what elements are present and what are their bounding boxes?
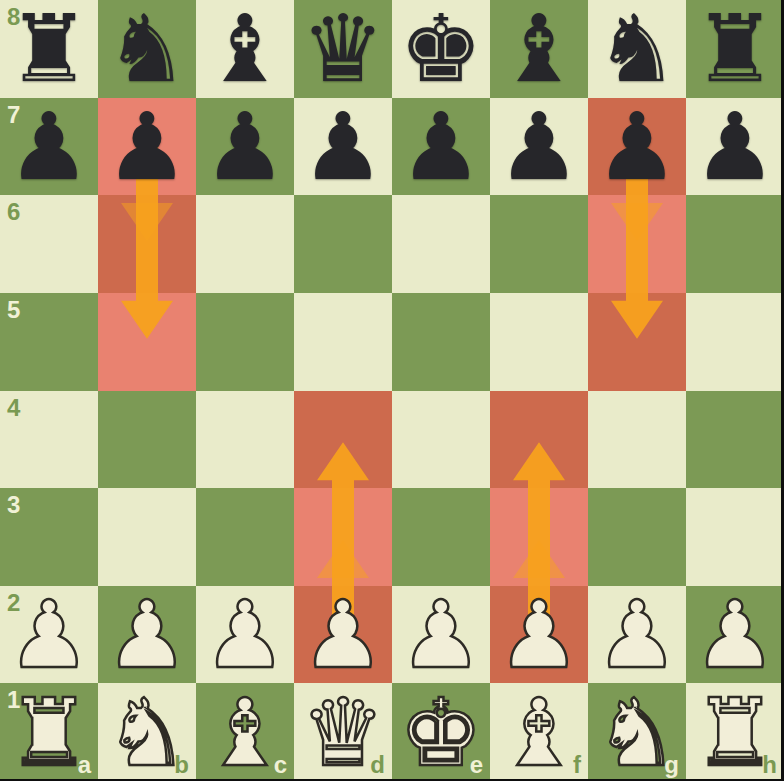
square-g8[interactable]: ♞ (588, 0, 686, 98)
square-h4[interactable] (686, 391, 784, 489)
black-king-e8[interactable]: ♚ (392, 1, 490, 99)
square-c8[interactable]: ♝ (196, 0, 294, 98)
black-pawn-g7[interactable]: ♟ (588, 99, 686, 197)
black-bishop-f8[interactable]: ♝ (490, 1, 588, 99)
square-h7[interactable]: ♟ (686, 98, 784, 196)
file-label-b: b (174, 753, 189, 777)
black-bishop-c8[interactable]: ♝ (196, 1, 294, 99)
white-pawn-h2[interactable]: ♟ (686, 587, 784, 685)
square-a2[interactable]: 2♟ (0, 586, 98, 684)
square-g6[interactable] (588, 195, 686, 293)
square-c4[interactable] (196, 391, 294, 489)
square-h8[interactable]: ♜ (686, 0, 784, 98)
square-f2[interactable]: ♟ (490, 586, 588, 684)
square-h5[interactable] (686, 293, 784, 391)
rank-label-5: 5 (7, 298, 20, 322)
rank-label-6: 6 (7, 200, 20, 224)
square-a5[interactable]: 5 (0, 293, 98, 391)
square-g7[interactable]: ♟ (588, 98, 686, 196)
square-e3[interactable] (392, 488, 490, 586)
square-d8[interactable]: ♛ (294, 0, 392, 98)
square-c5[interactable] (196, 293, 294, 391)
black-pawn-c7[interactable]: ♟ (196, 99, 294, 197)
white-pawn-b2[interactable]: ♟ (98, 587, 196, 685)
black-rook-h8[interactable]: ♜ (686, 1, 784, 99)
square-b7[interactable]: ♟ (98, 98, 196, 196)
square-g5[interactable] (588, 293, 686, 391)
square-h3[interactable] (686, 488, 784, 586)
square-d4[interactable] (294, 391, 392, 489)
square-e5[interactable] (392, 293, 490, 391)
square-c6[interactable] (196, 195, 294, 293)
square-b4[interactable] (98, 391, 196, 489)
rank-label-1: 1 (7, 688, 20, 712)
file-label-g: g (664, 753, 679, 777)
square-c2[interactable]: ♟ (196, 586, 294, 684)
black-pawn-d7[interactable]: ♟ (294, 99, 392, 197)
square-g4[interactable] (588, 391, 686, 489)
square-f3[interactable] (490, 488, 588, 586)
square-e6[interactable] (392, 195, 490, 293)
square-g1[interactable]: g♞ (588, 683, 686, 781)
square-b2[interactable]: ♟ (98, 586, 196, 684)
square-d1[interactable]: d♛ (294, 683, 392, 781)
rank-label-3: 3 (7, 493, 20, 517)
square-h2[interactable]: ♟ (686, 586, 784, 684)
black-pawn-f7[interactable]: ♟ (490, 99, 588, 197)
square-g2[interactable]: ♟ (588, 586, 686, 684)
white-pawn-f2[interactable]: ♟ (490, 587, 588, 685)
chess-board: 8♜♞♝♛♚♝♞♜7♟♟♟♟♟♟♟♟65432♟♟♟♟♟♟♟♟1a♜b♞c♝d♛… (0, 0, 784, 781)
black-pawn-h7[interactable]: ♟ (686, 99, 784, 197)
file-label-e: e (470, 753, 483, 777)
white-pawn-e2[interactable]: ♟ (392, 587, 490, 685)
square-f5[interactable] (490, 293, 588, 391)
square-a3[interactable]: 3 (0, 488, 98, 586)
square-e7[interactable]: ♟ (392, 98, 490, 196)
square-c1[interactable]: c♝ (196, 683, 294, 781)
square-b5[interactable] (98, 293, 196, 391)
black-knight-b8[interactable]: ♞ (98, 1, 196, 99)
square-b1[interactable]: b♞ (98, 683, 196, 781)
square-f6[interactable] (490, 195, 588, 293)
square-a6[interactable]: 6 (0, 195, 98, 293)
square-h6[interactable] (686, 195, 784, 293)
black-pawn-e7[interactable]: ♟ (392, 99, 490, 197)
square-f1[interactable]: f♝ (490, 683, 588, 781)
white-pawn-c2[interactable]: ♟ (196, 587, 294, 685)
file-label-a: a (78, 753, 91, 777)
square-d5[interactable] (294, 293, 392, 391)
square-a7[interactable]: 7♟ (0, 98, 98, 196)
square-a8[interactable]: 8♜ (0, 0, 98, 98)
square-c3[interactable] (196, 488, 294, 586)
square-d6[interactable] (294, 195, 392, 293)
square-e8[interactable]: ♚ (392, 0, 490, 98)
square-d2[interactable]: ♟ (294, 586, 392, 684)
square-a1[interactable]: 1a♜ (0, 683, 98, 781)
square-f4[interactable] (490, 391, 588, 489)
square-f7[interactable]: ♟ (490, 98, 588, 196)
white-pawn-d2[interactable]: ♟ (294, 587, 392, 685)
square-b8[interactable]: ♞ (98, 0, 196, 98)
square-b6[interactable] (98, 195, 196, 293)
file-label-c: c (274, 753, 287, 777)
file-label-h: h (762, 753, 777, 777)
square-d3[interactable] (294, 488, 392, 586)
square-d7[interactable]: ♟ (294, 98, 392, 196)
black-knight-g8[interactable]: ♞ (588, 1, 686, 99)
square-e2[interactable]: ♟ (392, 586, 490, 684)
square-h1[interactable]: h♜ (686, 683, 784, 781)
square-b3[interactable] (98, 488, 196, 586)
rank-label-7: 7 (7, 103, 20, 127)
black-queen-d8[interactable]: ♛ (294, 1, 392, 99)
rank-label-8: 8 (7, 5, 20, 29)
white-pawn-g2[interactable]: ♟ (588, 587, 686, 685)
square-a4[interactable]: 4 (0, 391, 98, 489)
square-g3[interactable] (588, 488, 686, 586)
square-e1[interactable]: e♚ (392, 683, 490, 781)
square-c7[interactable]: ♟ (196, 98, 294, 196)
square-e4[interactable] (392, 391, 490, 489)
rank-label-2: 2 (7, 591, 20, 615)
file-label-d: d (370, 753, 385, 777)
rank-label-4: 4 (7, 396, 20, 420)
black-pawn-b7[interactable]: ♟ (98, 99, 196, 197)
square-f8[interactable]: ♝ (490, 0, 588, 98)
chess-board-container: 8♜♞♝♛♚♝♞♜7♟♟♟♟♟♟♟♟65432♟♟♟♟♟♟♟♟1a♜b♞c♝d♛… (0, 0, 784, 781)
file-label-f: f (573, 753, 581, 777)
